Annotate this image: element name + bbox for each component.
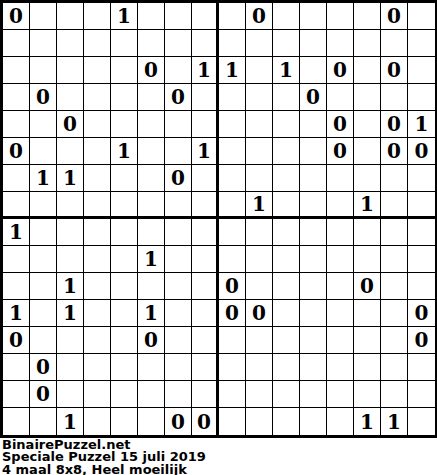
empty-cell[interactable]: [327, 381, 354, 408]
empty-cell[interactable]: [219, 30, 246, 57]
empty-cell[interactable]: [300, 219, 327, 246]
empty-cell[interactable]: [165, 111, 192, 138]
empty-cell[interactable]: [408, 165, 435, 192]
empty-cell[interactable]: [84, 300, 111, 327]
empty-cell[interactable]: [165, 327, 192, 354]
empty-cell[interactable]: [57, 3, 84, 30]
empty-cell[interactable]: [57, 138, 84, 165]
empty-cell[interactable]: [192, 354, 219, 381]
empty-cell[interactable]: [165, 354, 192, 381]
empty-cell[interactable]: [57, 327, 84, 354]
empty-cell[interactable]: [84, 30, 111, 57]
empty-cell[interactable]: [219, 3, 246, 30]
given-digit-cell: 1: [408, 111, 435, 138]
empty-cell[interactable]: [300, 300, 327, 327]
empty-cell[interactable]: [111, 327, 138, 354]
empty-cell[interactable]: [57, 381, 84, 408]
empty-cell[interactable]: [219, 219, 246, 246]
given-digit-cell: 1: [57, 165, 84, 192]
empty-cell[interactable]: [84, 408, 111, 435]
empty-cell[interactable]: [84, 273, 111, 300]
empty-cell[interactable]: [30, 273, 57, 300]
empty-cell[interactable]: [327, 165, 354, 192]
given-digit-cell: 0: [381, 3, 408, 30]
given-digit-cell: 0: [219, 300, 246, 327]
empty-cell[interactable]: [192, 84, 219, 111]
empty-cell[interactable]: [111, 273, 138, 300]
empty-cell[interactable]: [273, 30, 300, 57]
empty-cell[interactable]: [111, 219, 138, 246]
empty-cell[interactable]: [219, 246, 246, 273]
empty-cell[interactable]: [57, 246, 84, 273]
empty-cell[interactable]: [219, 381, 246, 408]
empty-cell[interactable]: [381, 327, 408, 354]
empty-cell[interactable]: [111, 165, 138, 192]
given-digit-cell: 0: [30, 84, 57, 111]
empty-cell[interactable]: [84, 219, 111, 246]
empty-cell[interactable]: [3, 408, 30, 435]
empty-cell[interactable]: [138, 381, 165, 408]
empty-cell[interactable]: [300, 165, 327, 192]
empty-cell[interactable]: [138, 165, 165, 192]
empty-cell[interactable]: [381, 354, 408, 381]
empty-cell[interactable]: [246, 138, 273, 165]
empty-cell[interactable]: [30, 192, 57, 219]
empty-cell[interactable]: [354, 3, 381, 30]
empty-cell[interactable]: [408, 219, 435, 246]
empty-cell[interactable]: [408, 381, 435, 408]
empty-cell[interactable]: [84, 138, 111, 165]
empty-cell[interactable]: [327, 219, 354, 246]
empty-cell[interactable]: [273, 165, 300, 192]
given-digit-cell: 1: [354, 408, 381, 435]
empty-cell[interactable]: [408, 84, 435, 111]
given-digit-cell: 0: [3, 327, 30, 354]
empty-cell[interactable]: [408, 408, 435, 435]
empty-cell[interactable]: [3, 111, 30, 138]
empty-cell[interactable]: [327, 300, 354, 327]
empty-cell[interactable]: [57, 219, 84, 246]
empty-cell[interactable]: [57, 57, 84, 84]
empty-cell[interactable]: [165, 246, 192, 273]
empty-cell[interactable]: [57, 192, 84, 219]
empty-cell[interactable]: [408, 246, 435, 273]
empty-cell[interactable]: [354, 30, 381, 57]
given-digit-cell: 0: [30, 354, 57, 381]
empty-cell[interactable]: [219, 165, 246, 192]
given-digit-cell: 1: [192, 57, 219, 84]
empty-cell[interactable]: [273, 381, 300, 408]
given-digit-cell: 0: [381, 138, 408, 165]
empty-cell[interactable]: [327, 354, 354, 381]
given-digit-cell: 1: [57, 408, 84, 435]
empty-cell[interactable]: [30, 408, 57, 435]
given-digit-cell: 0: [165, 84, 192, 111]
empty-cell[interactable]: [354, 111, 381, 138]
empty-cell[interactable]: [138, 3, 165, 30]
empty-cell[interactable]: [246, 165, 273, 192]
empty-cell[interactable]: [246, 381, 273, 408]
empty-cell[interactable]: [408, 57, 435, 84]
empty-cell[interactable]: [219, 138, 246, 165]
given-digit-cell: 0: [381, 57, 408, 84]
empty-cell[interactable]: [246, 273, 273, 300]
empty-cell[interactable]: [300, 273, 327, 300]
empty-cell[interactable]: [219, 111, 246, 138]
empty-cell[interactable]: [84, 57, 111, 84]
empty-cell[interactable]: [300, 354, 327, 381]
empty-cell[interactable]: [165, 219, 192, 246]
empty-cell[interactable]: [84, 246, 111, 273]
empty-cell[interactable]: [408, 192, 435, 219]
given-digit-cell: 0: [30, 381, 57, 408]
empty-cell[interactable]: [138, 354, 165, 381]
empty-cell[interactable]: [273, 273, 300, 300]
empty-cell[interactable]: [192, 300, 219, 327]
empty-cell[interactable]: [219, 84, 246, 111]
empty-cell[interactable]: [84, 3, 111, 30]
empty-cell[interactable]: [30, 3, 57, 30]
given-digit-cell: 1: [192, 138, 219, 165]
given-digit-cell: 0: [354, 273, 381, 300]
empty-cell[interactable]: [111, 300, 138, 327]
given-digit-cell: 0: [327, 138, 354, 165]
empty-cell[interactable]: [300, 57, 327, 84]
given-digit-cell: 0: [246, 3, 273, 30]
empty-cell[interactable]: [30, 30, 57, 57]
empty-cell[interactable]: [327, 192, 354, 219]
empty-cell[interactable]: [381, 381, 408, 408]
empty-cell[interactable]: [327, 84, 354, 111]
empty-cell[interactable]: [138, 192, 165, 219]
footer: BinairePuzzel.net Speciale Puzzel 15 jul…: [0, 438, 437, 475]
empty-cell[interactable]: [354, 219, 381, 246]
empty-cell[interactable]: [3, 165, 30, 192]
empty-cell[interactable]: [381, 300, 408, 327]
empty-cell[interactable]: [111, 111, 138, 138]
empty-cell[interactable]: [408, 273, 435, 300]
empty-cell[interactable]: [165, 30, 192, 57]
empty-cell[interactable]: [273, 354, 300, 381]
empty-cell[interactable]: [111, 30, 138, 57]
empty-cell[interactable]: [273, 3, 300, 30]
empty-cell[interactable]: [300, 327, 327, 354]
empty-cell[interactable]: [111, 381, 138, 408]
empty-cell[interactable]: [111, 84, 138, 111]
empty-cell[interactable]: [273, 111, 300, 138]
empty-cell[interactable]: [3, 192, 30, 219]
empty-cell[interactable]: [138, 111, 165, 138]
given-digit-cell: 0: [408, 138, 435, 165]
empty-cell[interactable]: [300, 111, 327, 138]
empty-cell[interactable]: [165, 273, 192, 300]
empty-cell[interactable]: [138, 138, 165, 165]
given-digit-cell: 0: [246, 300, 273, 327]
given-digit-cell: 1: [57, 300, 84, 327]
empty-cell[interactable]: [246, 84, 273, 111]
empty-cell[interactable]: [84, 192, 111, 219]
binary-puzzle-board: 0100011100000000101100011011111001110000…: [0, 0, 437, 438]
empty-cell[interactable]: [192, 273, 219, 300]
empty-cell[interactable]: [327, 3, 354, 30]
empty-cell[interactable]: [381, 219, 408, 246]
empty-cell[interactable]: [327, 408, 354, 435]
empty-cell[interactable]: [3, 30, 30, 57]
empty-cell[interactable]: [111, 408, 138, 435]
given-digit-cell: 0: [408, 327, 435, 354]
empty-cell[interactable]: [354, 165, 381, 192]
empty-cell[interactable]: [192, 3, 219, 30]
puzzle-info: 4 maal 8x8, Heel moeilijk: [2, 464, 437, 475]
empty-cell[interactable]: [165, 192, 192, 219]
empty-cell[interactable]: [354, 300, 381, 327]
empty-cell[interactable]: [3, 84, 30, 111]
empty-cell[interactable]: [30, 57, 57, 84]
empty-cell[interactable]: [138, 408, 165, 435]
given-digit-cell: 1: [381, 408, 408, 435]
empty-cell[interactable]: [246, 408, 273, 435]
given-digit-cell: 0: [300, 84, 327, 111]
empty-cell[interactable]: [30, 219, 57, 246]
empty-cell[interactable]: [138, 30, 165, 57]
given-digit-cell: 1: [3, 300, 30, 327]
empty-cell[interactable]: [327, 273, 354, 300]
empty-cell[interactable]: [192, 381, 219, 408]
empty-cell[interactable]: [354, 327, 381, 354]
given-digit-cell: 1: [57, 273, 84, 300]
empty-cell[interactable]: [408, 3, 435, 30]
empty-cell[interactable]: [300, 30, 327, 57]
empty-cell[interactable]: [300, 3, 327, 30]
empty-cell[interactable]: [30, 327, 57, 354]
empty-cell[interactable]: [381, 273, 408, 300]
empty-cell[interactable]: [408, 30, 435, 57]
empty-cell[interactable]: [246, 30, 273, 57]
empty-cell[interactable]: [84, 165, 111, 192]
empty-cell[interactable]: [300, 138, 327, 165]
given-digit-cell: 0: [138, 57, 165, 84]
empty-cell[interactable]: [327, 246, 354, 273]
empty-cell[interactable]: [138, 273, 165, 300]
empty-cell[interactable]: [165, 138, 192, 165]
empty-cell[interactable]: [192, 192, 219, 219]
empty-cell[interactable]: [30, 300, 57, 327]
empty-cell[interactable]: [192, 246, 219, 273]
given-digit-cell: 1: [111, 138, 138, 165]
empty-cell[interactable]: [354, 57, 381, 84]
empty-cell[interactable]: [273, 246, 300, 273]
given-digit-cell: 0: [138, 327, 165, 354]
empty-cell[interactable]: [273, 138, 300, 165]
empty-cell[interactable]: [246, 354, 273, 381]
empty-cell[interactable]: [300, 408, 327, 435]
empty-cell[interactable]: [273, 408, 300, 435]
given-digit-cell: 1: [273, 57, 300, 84]
given-digit-cell: 0: [327, 111, 354, 138]
empty-cell[interactable]: [192, 219, 219, 246]
given-digit-cell: 0: [327, 57, 354, 84]
empty-cell[interactable]: [246, 219, 273, 246]
given-digit-cell: 0: [165, 165, 192, 192]
given-digit-cell: 0: [3, 138, 30, 165]
empty-cell[interactable]: [219, 354, 246, 381]
empty-cell[interactable]: [192, 327, 219, 354]
empty-cell[interactable]: [30, 138, 57, 165]
empty-cell[interactable]: [165, 3, 192, 30]
given-digit-cell: 1: [138, 300, 165, 327]
empty-cell[interactable]: [165, 381, 192, 408]
empty-cell[interactable]: [219, 327, 246, 354]
empty-cell[interactable]: [192, 165, 219, 192]
empty-cell[interactable]: [84, 111, 111, 138]
empty-cell[interactable]: [84, 84, 111, 111]
empty-cell[interactable]: [246, 111, 273, 138]
empty-cell[interactable]: [381, 246, 408, 273]
empty-cell[interactable]: [111, 246, 138, 273]
empty-cell[interactable]: [111, 192, 138, 219]
empty-cell[interactable]: [3, 57, 30, 84]
given-digit-cell: 1: [30, 165, 57, 192]
empty-cell[interactable]: [354, 381, 381, 408]
empty-cell[interactable]: [3, 273, 30, 300]
empty-cell[interactable]: [381, 84, 408, 111]
empty-cell[interactable]: [354, 246, 381, 273]
empty-cell[interactable]: [111, 354, 138, 381]
empty-cell[interactable]: [246, 57, 273, 84]
empty-cell[interactable]: [300, 381, 327, 408]
empty-cell[interactable]: [192, 30, 219, 57]
given-digit-cell: 0: [3, 3, 30, 30]
given-digit-cell: 1: [354, 192, 381, 219]
empty-cell[interactable]: [138, 219, 165, 246]
empty-cell[interactable]: [327, 30, 354, 57]
given-digit-cell: 1: [3, 219, 30, 246]
given-digit-cell: 1: [111, 3, 138, 30]
empty-cell[interactable]: [3, 381, 30, 408]
empty-cell[interactable]: [219, 408, 246, 435]
empty-cell[interactable]: [273, 300, 300, 327]
empty-cell[interactable]: [84, 327, 111, 354]
empty-cell[interactable]: [354, 84, 381, 111]
given-digit-cell: 0: [408, 300, 435, 327]
given-digit-cell: 0: [165, 408, 192, 435]
empty-cell[interactable]: [219, 192, 246, 219]
given-digit-cell: 0: [57, 111, 84, 138]
empty-cell[interactable]: [273, 84, 300, 111]
given-digit-cell: 0: [192, 408, 219, 435]
empty-cell[interactable]: [165, 300, 192, 327]
empty-cell[interactable]: [57, 354, 84, 381]
empty-cell[interactable]: [84, 354, 111, 381]
given-digit-cell: 1: [138, 246, 165, 273]
empty-cell[interactable]: [30, 246, 57, 273]
empty-cell[interactable]: [327, 327, 354, 354]
given-digit-cell: 1: [246, 192, 273, 219]
empty-cell[interactable]: [381, 30, 408, 57]
empty-cell[interactable]: [30, 111, 57, 138]
empty-cell[interactable]: [84, 381, 111, 408]
empty-cell[interactable]: [354, 138, 381, 165]
empty-cell[interactable]: [3, 354, 30, 381]
empty-cell[interactable]: [192, 111, 219, 138]
empty-cell[interactable]: [273, 192, 300, 219]
empty-cell[interactable]: [300, 246, 327, 273]
empty-cell[interactable]: [3, 246, 30, 273]
empty-cell[interactable]: [354, 354, 381, 381]
given-digit-cell: 0: [381, 111, 408, 138]
empty-cell[interactable]: [57, 30, 84, 57]
empty-cell[interactable]: [381, 165, 408, 192]
empty-cell[interactable]: [138, 84, 165, 111]
empty-cell[interactable]: [273, 219, 300, 246]
empty-cell[interactable]: [273, 327, 300, 354]
empty-cell[interactable]: [246, 246, 273, 273]
empty-cell[interactable]: [381, 192, 408, 219]
empty-cell[interactable]: [57, 84, 84, 111]
given-digit-cell: 0: [219, 273, 246, 300]
empty-cell[interactable]: [246, 327, 273, 354]
empty-cell[interactable]: [165, 57, 192, 84]
empty-cell[interactable]: [300, 192, 327, 219]
empty-cell[interactable]: [408, 354, 435, 381]
given-digit-cell: 1: [219, 57, 246, 84]
empty-cell[interactable]: [111, 57, 138, 84]
puzzle-page: 0100011100000000101100011011111001110000…: [0, 0, 437, 475]
